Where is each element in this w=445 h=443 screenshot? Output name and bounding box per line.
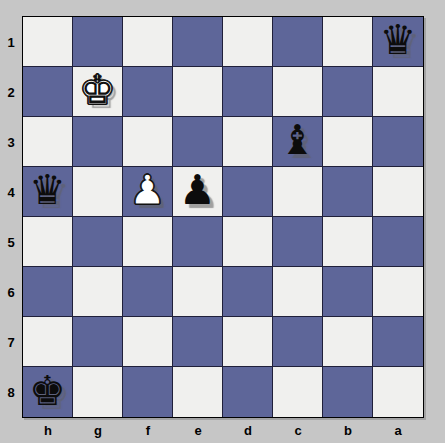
square-e7[interactable] [173, 317, 223, 367]
square-b6[interactable] [323, 267, 373, 317]
file-label-g: g [73, 418, 123, 442]
square-f8[interactable] [123, 367, 173, 417]
square-d4[interactable] [223, 167, 273, 217]
square-e3[interactable] [173, 117, 223, 167]
square-b8[interactable] [323, 367, 373, 417]
square-c6[interactable] [273, 267, 323, 317]
square-d2[interactable] [223, 67, 273, 117]
board-grid: ♛♚♝♛♟♟♚ [23, 17, 423, 417]
square-e1[interactable] [173, 17, 223, 67]
square-f6[interactable] [123, 267, 173, 317]
square-e6[interactable] [173, 267, 223, 317]
file-label-e: e [173, 418, 223, 442]
square-a2[interactable] [373, 67, 423, 117]
square-g3[interactable] [73, 117, 123, 167]
rank-label-3: 3 [0, 117, 22, 167]
square-h5[interactable] [23, 217, 73, 267]
square-h7[interactable] [23, 317, 73, 367]
piece-white-pawn[interactable]: ♟ [129, 165, 166, 215]
square-f4[interactable]: ♟ [123, 167, 173, 217]
square-a3[interactable] [373, 117, 423, 167]
chess-board: ♛♚♝♛♟♟♚ [22, 16, 424, 418]
rank-label-5: 5 [0, 217, 22, 267]
square-h1[interactable] [23, 17, 73, 67]
file-label-a: a [373, 418, 423, 442]
square-c4[interactable] [273, 167, 323, 217]
square-b7[interactable] [323, 317, 373, 367]
square-h6[interactable] [23, 267, 73, 317]
square-c5[interactable] [273, 217, 323, 267]
piece-black-bishop[interactable]: ♝ [279, 115, 316, 165]
square-a1[interactable]: ♛ [373, 17, 423, 67]
square-d7[interactable] [223, 317, 273, 367]
square-d5[interactable] [223, 217, 273, 267]
file-labels: hgfedcba [23, 418, 423, 442]
rank-label-4: 4 [0, 167, 22, 217]
square-h4[interactable]: ♛ [23, 167, 73, 217]
square-d1[interactable] [223, 17, 273, 67]
square-e4[interactable]: ♟ [173, 167, 223, 217]
square-h8[interactable]: ♚ [23, 367, 73, 417]
piece-black-queen[interactable]: ♛ [29, 165, 66, 215]
square-f5[interactable] [123, 217, 173, 267]
square-b5[interactable] [323, 217, 373, 267]
file-label-b: b [323, 418, 373, 442]
square-b1[interactable] [323, 17, 373, 67]
file-label-d: d [223, 418, 273, 442]
square-b3[interactable] [323, 117, 373, 167]
piece-black-queen[interactable]: ♛ [380, 15, 417, 65]
square-g7[interactable] [73, 317, 123, 367]
square-e8[interactable] [173, 367, 223, 417]
file-label-c: c [273, 418, 323, 442]
square-e2[interactable] [173, 67, 223, 117]
rank-labels: 12345678 [0, 17, 22, 417]
square-d8[interactable] [223, 367, 273, 417]
square-h2[interactable] [23, 67, 73, 117]
square-g4[interactable] [73, 167, 123, 217]
square-b4[interactable] [323, 167, 373, 217]
square-f2[interactable] [123, 67, 173, 117]
file-label-f: f [123, 418, 173, 442]
rank-label-2: 2 [0, 67, 22, 117]
square-c8[interactable] [273, 367, 323, 417]
piece-black-king[interactable]: ♚ [29, 366, 66, 416]
rank-label-6: 6 [0, 267, 22, 317]
square-g5[interactable] [73, 217, 123, 267]
square-g8[interactable] [73, 367, 123, 417]
square-a8[interactable] [373, 367, 423, 417]
square-g2[interactable]: ♚ [73, 67, 123, 117]
square-a7[interactable] [373, 317, 423, 367]
square-c7[interactable] [273, 317, 323, 367]
square-a4[interactable] [373, 167, 423, 217]
square-b2[interactable] [323, 67, 373, 117]
file-label-h: h [23, 418, 73, 442]
piece-white-king[interactable]: ♚ [79, 65, 116, 115]
square-g6[interactable] [73, 267, 123, 317]
square-e5[interactable] [173, 217, 223, 267]
square-f3[interactable] [123, 117, 173, 167]
square-h3[interactable] [23, 117, 73, 167]
piece-black-pawn[interactable]: ♟ [179, 165, 216, 215]
square-g1[interactable] [73, 17, 123, 67]
square-a5[interactable] [373, 217, 423, 267]
square-c1[interactable] [273, 17, 323, 67]
rank-label-1: 1 [0, 17, 22, 67]
square-d3[interactable] [223, 117, 273, 167]
square-a6[interactable] [373, 267, 423, 317]
square-f7[interactable] [123, 317, 173, 367]
square-c3[interactable]: ♝ [273, 117, 323, 167]
square-d6[interactable] [223, 267, 273, 317]
rank-label-7: 7 [0, 317, 22, 367]
square-c2[interactable] [273, 67, 323, 117]
square-f1[interactable] [123, 17, 173, 67]
rank-label-8: 8 [0, 367, 22, 417]
